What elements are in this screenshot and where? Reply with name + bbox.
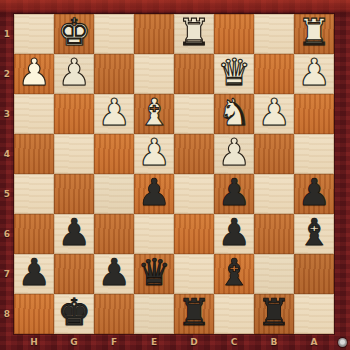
piece-black-pawn[interactable]: ♟ (214, 172, 254, 212)
square-e2[interactable] (134, 54, 174, 94)
square-g2[interactable]: ♟ (54, 54, 94, 94)
square-d8[interactable]: ♜ (174, 294, 214, 334)
piece-black-pawn[interactable]: ♟ (294, 172, 334, 212)
square-d2[interactable] (174, 54, 214, 94)
rank-label-4: 4 (0, 134, 14, 174)
rank-label-5: 5 (0, 174, 14, 214)
square-c1[interactable] (214, 14, 254, 54)
square-e1[interactable] (134, 14, 174, 54)
piece-white-rook[interactable]: ♜ (174, 12, 214, 52)
square-b2[interactable] (254, 54, 294, 94)
square-g4[interactable] (54, 134, 94, 174)
piece-black-bishop[interactable]: ♝ (214, 252, 254, 292)
square-e8[interactable] (134, 294, 174, 334)
piece-black-pawn[interactable]: ♟ (134, 172, 174, 212)
piece-black-rook[interactable]: ♜ (254, 292, 294, 332)
square-c8[interactable] (214, 294, 254, 334)
square-h3[interactable] (14, 94, 54, 134)
file-label-h: H (14, 334, 54, 350)
square-h4[interactable] (14, 134, 54, 174)
piece-black-pawn[interactable]: ♟ (14, 252, 54, 292)
square-f8[interactable] (94, 294, 134, 334)
square-c4[interactable]: ♟ (214, 134, 254, 174)
rank-labels: 12345678 (0, 14, 14, 334)
square-g5[interactable] (54, 174, 94, 214)
piece-white-knight[interactable]: ♞ (214, 92, 254, 132)
square-d6[interactable] (174, 214, 214, 254)
rank-label-2: 2 (0, 54, 14, 94)
square-a1[interactable]: ♜ (294, 14, 334, 54)
square-f2[interactable] (94, 54, 134, 94)
square-d7[interactable] (174, 254, 214, 294)
rank-label-6: 6 (0, 214, 14, 254)
square-f5[interactable] (94, 174, 134, 214)
square-g3[interactable] (54, 94, 94, 134)
rank-label-1: 1 (0, 14, 14, 54)
square-e4[interactable]: ♟ (134, 134, 174, 174)
square-c6[interactable]: ♟ (214, 214, 254, 254)
piece-black-pawn[interactable]: ♟ (54, 212, 94, 252)
chess-board: ♚♜♜♟♟♛♟♟♝♞♟♟♟♟♟♟♟♟♝♟♟♛♝♚♜♜ (14, 14, 334, 334)
board-frame: ♚♜♜♟♟♛♟♟♝♞♟♟♟♟♟♟♟♟♝♟♟♛♝♚♜♜ 12345678 HGFE… (0, 0, 350, 350)
piece-black-bishop[interactable]: ♝ (294, 212, 334, 252)
piece-white-pawn[interactable]: ♟ (214, 132, 254, 172)
square-f3[interactable]: ♟ (94, 94, 134, 134)
square-a3[interactable] (294, 94, 334, 134)
square-d5[interactable] (174, 174, 214, 214)
square-a5[interactable]: ♟ (294, 174, 334, 214)
file-label-f: F (94, 334, 134, 350)
square-d3[interactable] (174, 94, 214, 134)
square-h1[interactable] (14, 14, 54, 54)
file-label-d: D (174, 334, 214, 350)
square-e5[interactable]: ♟ (134, 174, 174, 214)
square-c3[interactable]: ♞ (214, 94, 254, 134)
square-b1[interactable] (254, 14, 294, 54)
file-label-e: E (134, 334, 174, 350)
square-g7[interactable] (54, 254, 94, 294)
piece-black-pawn[interactable]: ♟ (214, 212, 254, 252)
piece-white-pawn[interactable]: ♟ (54, 52, 94, 92)
piece-white-pawn[interactable]: ♟ (134, 132, 174, 172)
piece-white-pawn[interactable]: ♟ (14, 52, 54, 92)
square-b4[interactable] (254, 134, 294, 174)
square-b8[interactable]: ♜ (254, 294, 294, 334)
piece-white-queen[interactable]: ♛ (214, 52, 254, 92)
corner-badge-icon (338, 338, 347, 347)
file-label-b: B (254, 334, 294, 350)
piece-black-king[interactable]: ♚ (54, 292, 94, 332)
square-d4[interactable] (174, 134, 214, 174)
square-f6[interactable] (94, 214, 134, 254)
square-c5[interactable]: ♟ (214, 174, 254, 214)
piece-white-pawn[interactable]: ♟ (294, 52, 334, 92)
square-f1[interactable] (94, 14, 134, 54)
piece-black-pawn[interactable]: ♟ (94, 252, 134, 292)
square-h2[interactable]: ♟ (14, 54, 54, 94)
piece-white-bishop[interactable]: ♝ (134, 92, 174, 132)
square-g1[interactable]: ♚ (54, 14, 94, 54)
square-a6[interactable]: ♝ (294, 214, 334, 254)
piece-black-rook[interactable]: ♜ (174, 292, 214, 332)
square-a2[interactable]: ♟ (294, 54, 334, 94)
rank-label-7: 7 (0, 254, 14, 294)
square-b5[interactable] (254, 174, 294, 214)
square-e7[interactable]: ♛ (134, 254, 174, 294)
square-b6[interactable] (254, 214, 294, 254)
piece-white-pawn[interactable]: ♟ (94, 92, 134, 132)
square-h6[interactable] (14, 214, 54, 254)
piece-white-king[interactable]: ♚ (54, 12, 94, 52)
square-c7[interactable]: ♝ (214, 254, 254, 294)
square-e3[interactable]: ♝ (134, 94, 174, 134)
file-label-g: G (54, 334, 94, 350)
file-label-c: C (214, 334, 254, 350)
square-h5[interactable] (14, 174, 54, 214)
piece-white-rook[interactable]: ♜ (294, 12, 334, 52)
square-f7[interactable]: ♟ (94, 254, 134, 294)
rank-label-3: 3 (0, 94, 14, 134)
square-c2[interactable]: ♛ (214, 54, 254, 94)
square-h7[interactable]: ♟ (14, 254, 54, 294)
square-d1[interactable]: ♜ (174, 14, 214, 54)
square-a4[interactable] (294, 134, 334, 174)
square-g8[interactable]: ♚ (54, 294, 94, 334)
piece-white-pawn[interactable]: ♟ (254, 92, 294, 132)
square-h8[interactable] (14, 294, 54, 334)
square-f4[interactable] (94, 134, 134, 174)
piece-black-queen[interactable]: ♛ (134, 252, 174, 292)
square-e6[interactable] (134, 214, 174, 254)
file-labels: HGFEDCBA (14, 334, 334, 350)
square-a8[interactable] (294, 294, 334, 334)
square-b7[interactable] (254, 254, 294, 294)
square-a7[interactable] (294, 254, 334, 294)
square-g6[interactable]: ♟ (54, 214, 94, 254)
rank-label-8: 8 (0, 294, 14, 334)
file-label-a: A (294, 334, 334, 350)
square-b3[interactable]: ♟ (254, 94, 294, 134)
